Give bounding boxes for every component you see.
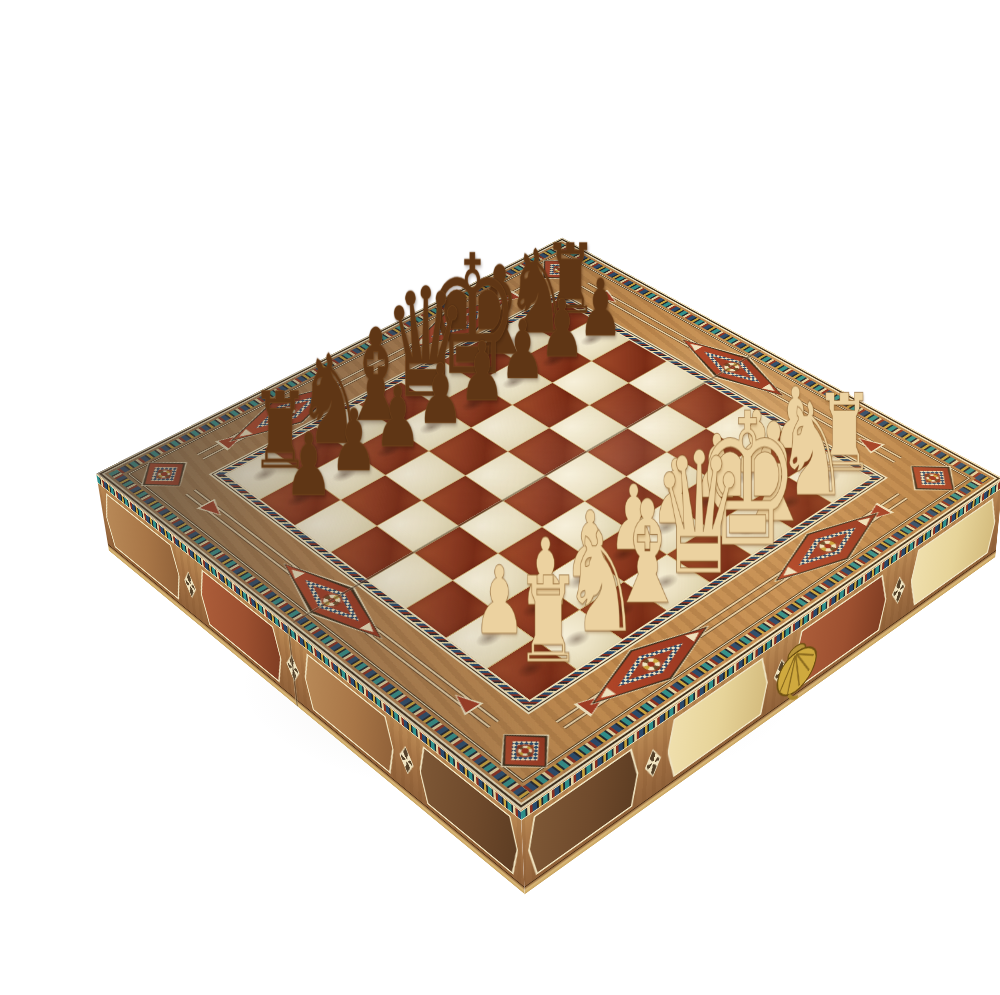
black-pawn-d7: ♟ bbox=[417, 352, 451, 435]
black-pawn-b7: ♟ bbox=[329, 398, 364, 484]
folding-chess-box: ♜♞♝♛♚♝♞♜♟♟♟♟♟♟♟♟♟♟♟♟♟♟♟♟♜♞♝♛♚♝♞♜ bbox=[96, 238, 1000, 811]
black-pawn-c7: ♟ bbox=[374, 375, 408, 460]
rosette-diamond-icon bbox=[891, 572, 906, 609]
rosette-diamond-icon bbox=[182, 567, 198, 603]
black-pawn-e7: ♟ bbox=[459, 330, 492, 412]
rosette-diamond-icon bbox=[398, 740, 415, 780]
white-rook-a1: ♜ bbox=[515, 562, 554, 680]
rosette-diamond-icon bbox=[645, 743, 661, 782]
rosette-diamond-icon bbox=[773, 654, 789, 692]
black-pawn-a7: ♟ bbox=[284, 421, 319, 508]
product-photo: ♜♞♝♛♚♝♞♜♟♟♟♟♟♟♟♟♟♟♟♟♟♟♟♟♜♞♝♛♚♝♞♜ bbox=[0, 0, 1000, 995]
white-pawn-a2: ♟ bbox=[473, 553, 511, 647]
perspective-scene: ♜♞♝♛♚♝♞♜♟♟♟♟♟♟♟♟♟♟♟♟♟♟♟♟♜♞♝♛♚♝♞♜ bbox=[0, 0, 1000, 995]
board-top: ♜♞♝♛♚♝♞♜♟♟♟♟♟♟♟♟♟♟♟♟♟♟♟♟♜♞♝♛♚♝♞♜ bbox=[96, 238, 1000, 811]
brass-latch-icon bbox=[766, 626, 828, 720]
